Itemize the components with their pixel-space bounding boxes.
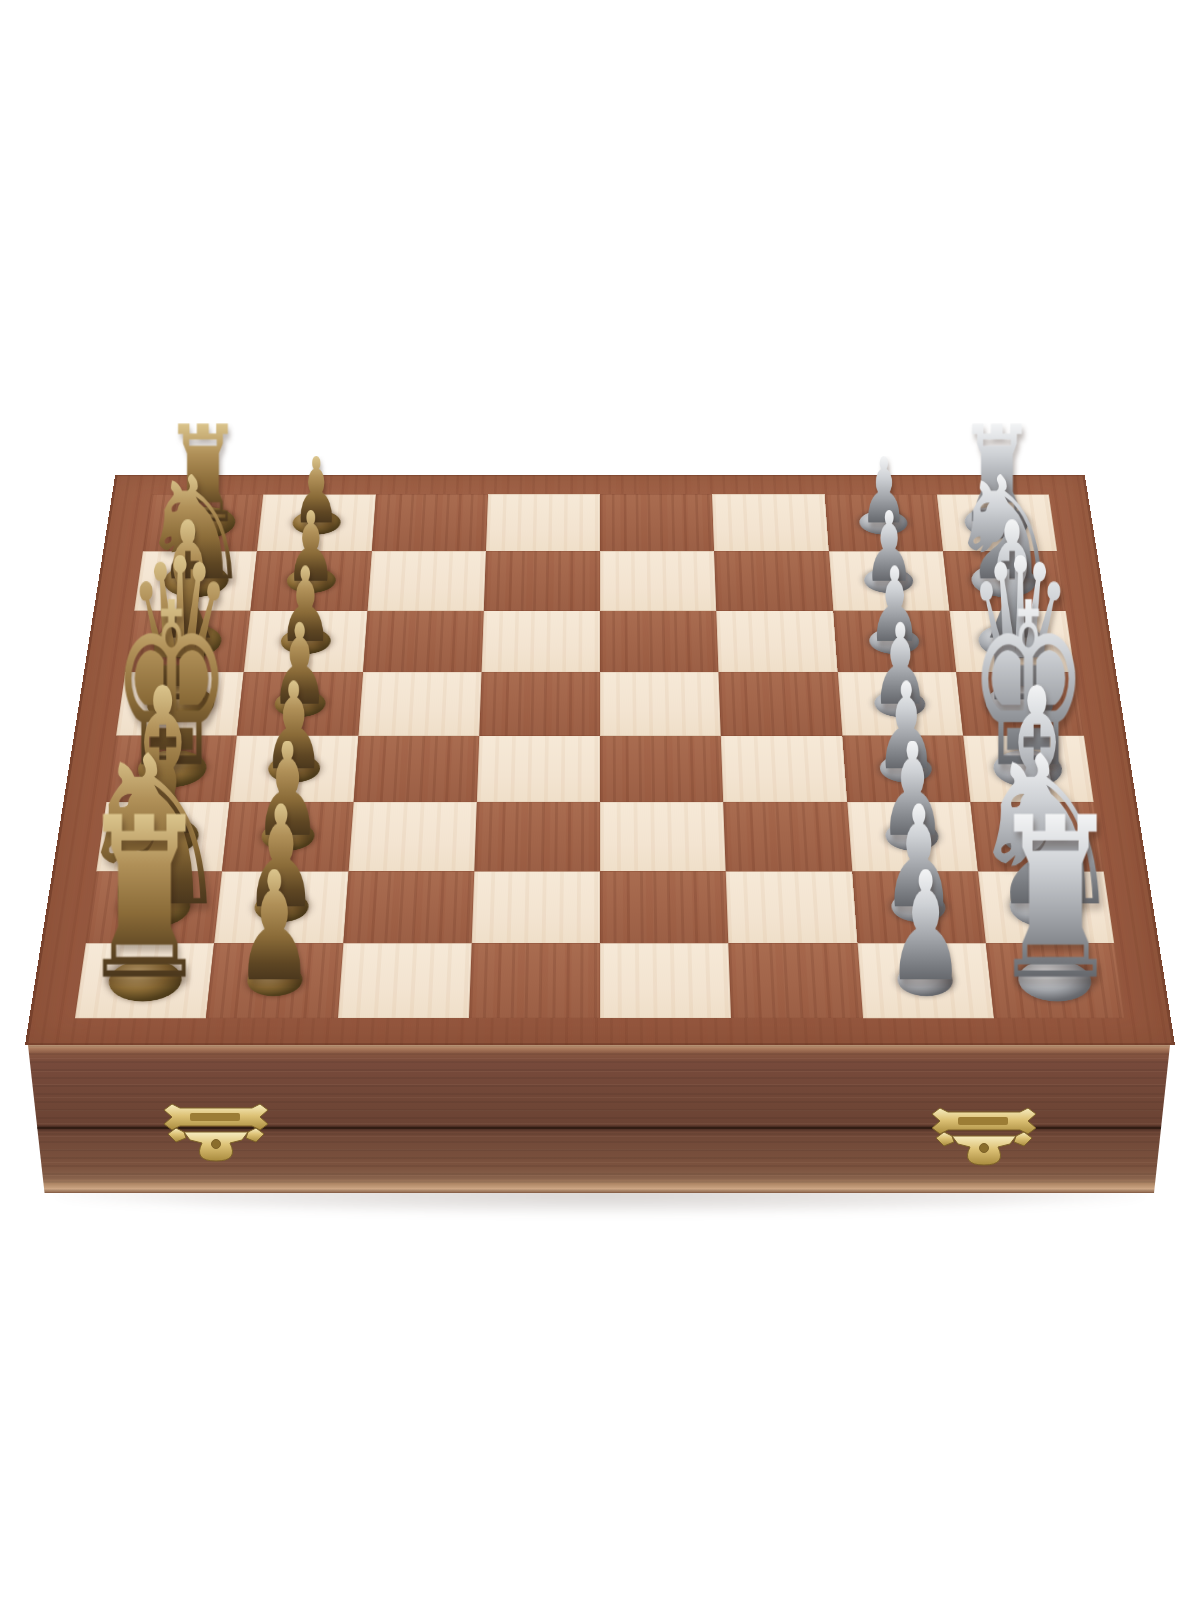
square-r5c4[interactable] [477, 736, 600, 802]
square-r4c5[interactable] [600, 672, 721, 736]
square-r1c4[interactable] [486, 494, 600, 551]
square-r8c4[interactable] [469, 943, 600, 1018]
square-r4c3[interactable] [358, 672, 481, 736]
square-r6c5[interactable] [600, 802, 726, 871]
square-r1c6[interactable] [712, 494, 828, 551]
silver-rook: ♜ [989, 813, 1121, 987]
board-grid: ♜♟♟♜♞♟♟♞♝♟♟♝♛♟♟♛♚♟♟♚♝♟♟♝♞♟♟♞♜♟♟♜ [75, 494, 1125, 1018]
square-r4c4[interactable] [479, 672, 600, 736]
square-r1c3[interactable] [371, 494, 487, 551]
square-r6c4[interactable] [474, 802, 600, 871]
square-r3c3[interactable] [363, 611, 484, 672]
square-r5c3[interactable] [353, 736, 479, 802]
square-r8c2[interactable]: ♟ [206, 943, 343, 1018]
square-r8c8[interactable]: ♜ [986, 943, 1125, 1018]
square-r7c3[interactable] [343, 871, 474, 943]
square-r8c6[interactable] [729, 943, 863, 1018]
square-r8c5[interactable] [600, 943, 731, 1018]
square-r8c7[interactable]: ♟ [857, 943, 994, 1018]
brass-clasp-right [928, 1104, 1040, 1166]
square-r2c6[interactable] [714, 551, 833, 610]
square-r6c6[interactable] [723, 802, 851, 871]
square-r1c5[interactable] [600, 494, 714, 551]
square-r3c5[interactable] [600, 611, 719, 672]
square-r3c4[interactable] [481, 611, 600, 672]
square-r5c6[interactable] [721, 736, 847, 802]
bronze-pawn: ♟ [236, 868, 314, 986]
square-r7c6[interactable] [726, 871, 857, 943]
square-r2c4[interactable] [484, 551, 600, 610]
square-r7c5[interactable] [600, 871, 729, 943]
square-r6c3[interactable] [348, 802, 476, 871]
square-r8c1[interactable]: ♜ [75, 943, 214, 1018]
square-r2c3[interactable] [367, 551, 486, 610]
chess-box-scene: ♜♟♟♜♞♟♟♞♝♟♟♝♛♟♟♛♚♟♟♚♝♟♟♝♞♟♟♞♜♟♟♜ [0, 0, 1200, 1600]
square-r7c4[interactable] [471, 871, 600, 943]
square-r2c5[interactable] [600, 551, 716, 610]
square-r8c3[interactable] [337, 943, 471, 1018]
square-r4c6[interactable] [719, 672, 842, 736]
silver-pawn: ♟ [886, 868, 964, 986]
square-r3c6[interactable] [716, 611, 837, 672]
bronze-rook: ♜ [79, 813, 211, 987]
square-r5c5[interactable] [600, 736, 723, 802]
chess-board: ♜♟♟♜♞♟♟♞♝♟♟♝♛♟♟♛♚♟♟♚♝♟♟♝♞♟♟♞♜♟♟♜ [25, 475, 1175, 1045]
brass-clasp-left [160, 1100, 272, 1162]
